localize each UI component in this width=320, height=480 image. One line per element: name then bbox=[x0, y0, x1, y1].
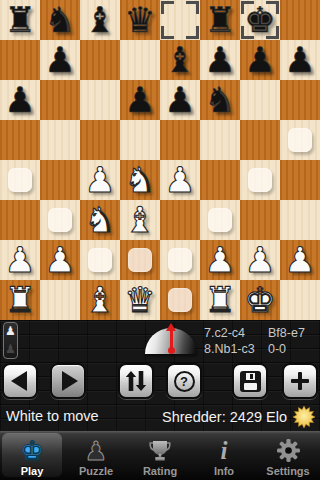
legal-move-marker[interactable] bbox=[248, 168, 272, 192]
square-d3[interactable]: ♝ bbox=[120, 200, 160, 240]
black-knight[interactable]: ♞ bbox=[40, 0, 80, 40]
square-d2[interactable] bbox=[120, 240, 160, 280]
square-b7[interactable]: ♟ bbox=[40, 40, 80, 80]
square-g4[interactable] bbox=[240, 160, 280, 200]
player-side-indicator: ♟ ♟ bbox=[3, 322, 18, 359]
black-bishop[interactable]: ♝ bbox=[80, 0, 120, 40]
move-list: 7.c2-c4Bf8-e7 8.Nb1-c30-0 bbox=[204, 325, 305, 357]
new-game-button[interactable] bbox=[282, 363, 318, 399]
tab-info[interactable]: Info bbox=[192, 431, 256, 480]
white-bishop[interactable]: ♝ bbox=[120, 200, 160, 240]
legal-move-marker[interactable] bbox=[48, 208, 72, 232]
engine-strength: Shredder: 2429 Elo bbox=[162, 402, 316, 431]
control-panel: ♟ ♟ 7.c2-c4Bf8-e7 8.Nb1-c30-0 bbox=[0, 320, 320, 402]
white-rook[interactable]: ♜ bbox=[0, 280, 40, 320]
square-b5[interactable] bbox=[40, 120, 80, 160]
black-rook[interactable]: ♜ bbox=[0, 0, 40, 40]
chess-board[interactable]: ♜♞♝♛♜♚♟♝♟♟♟♟♟♟♞♟♞♟♞♝♟♟♟♟♟♜♝♛♜♚ bbox=[0, 0, 320, 320]
info-icon bbox=[221, 436, 228, 465]
square-f2[interactable]: ♟ bbox=[200, 240, 240, 280]
legal-move-marker[interactable] bbox=[168, 248, 192, 272]
white-pawn[interactable]: ♟ bbox=[40, 240, 80, 280]
square-g8[interactable]: ♚ bbox=[240, 0, 280, 40]
bottom-area: ♟ ♟ 7.c2-c4Bf8-e7 8.Nb1-c30-0 bbox=[0, 320, 320, 480]
back-icon bbox=[11, 371, 27, 391]
tab-label: Rating bbox=[143, 465, 177, 477]
square-d7[interactable] bbox=[120, 40, 160, 80]
black-king[interactable]: ♚ bbox=[240, 0, 280, 40]
square-a5[interactable] bbox=[0, 120, 40, 160]
black-pawn[interactable]: ♟ bbox=[280, 40, 320, 80]
white-pawn[interactable]: ♟ bbox=[160, 160, 200, 200]
legal-move-marker[interactable] bbox=[208, 208, 232, 232]
square-h6[interactable] bbox=[280, 80, 320, 120]
square-a3[interactable] bbox=[0, 200, 40, 240]
black-knight[interactable]: ♞ bbox=[200, 80, 240, 120]
king-icon bbox=[20, 436, 44, 465]
square-e1[interactable] bbox=[160, 280, 200, 320]
tab-bar: Play Puzzle Ra bbox=[0, 431, 320, 480]
square-c1[interactable]: ♝ bbox=[80, 280, 120, 320]
move-white: 8.Nb1-c3 bbox=[204, 341, 268, 357]
trophy-icon bbox=[148, 436, 172, 465]
up-down-arrows-icon bbox=[124, 369, 148, 393]
move-black: 0-0 bbox=[268, 342, 286, 356]
move-row: 8.Nb1-c30-0 bbox=[204, 341, 305, 357]
flip-board-button[interactable] bbox=[118, 363, 154, 399]
square-h5[interactable] bbox=[280, 120, 320, 160]
square-g1[interactable]: ♚ bbox=[240, 280, 280, 320]
square-c6[interactable] bbox=[80, 80, 120, 120]
square-g6[interactable] bbox=[240, 80, 280, 120]
square-g5[interactable] bbox=[240, 120, 280, 160]
black-pawn[interactable]: ♟ bbox=[200, 40, 240, 80]
plus-icon bbox=[289, 370, 311, 392]
square-a8[interactable]: ♜ bbox=[0, 0, 40, 40]
square-c2[interactable] bbox=[80, 240, 120, 280]
question-icon bbox=[174, 371, 195, 392]
square-h3[interactable] bbox=[280, 200, 320, 240]
black-pawn[interactable]: ♟ bbox=[40, 40, 80, 80]
square-e3[interactable] bbox=[160, 200, 200, 240]
white-knight[interactable]: ♞ bbox=[80, 200, 120, 240]
square-h1[interactable] bbox=[280, 280, 320, 320]
move-row: 7.c2-c4Bf8-e7 bbox=[204, 325, 305, 341]
tab-label: Play bbox=[21, 465, 44, 477]
square-a1[interactable]: ♜ bbox=[0, 280, 40, 320]
square-c8[interactable]: ♝ bbox=[80, 0, 120, 40]
square-e8[interactable] bbox=[160, 0, 200, 40]
legal-move-marker[interactable] bbox=[88, 248, 112, 272]
square-c7[interactable] bbox=[80, 40, 120, 80]
black-pawn[interactable]: ♟ bbox=[160, 80, 200, 120]
square-d1[interactable]: ♛ bbox=[120, 280, 160, 320]
square-b6[interactable] bbox=[40, 80, 80, 120]
square-d8[interactable]: ♛ bbox=[120, 0, 160, 40]
square-g3[interactable] bbox=[240, 200, 280, 240]
square-e2[interactable] bbox=[160, 240, 200, 280]
square-d5[interactable] bbox=[120, 120, 160, 160]
save-icon bbox=[240, 371, 261, 392]
white-pawn[interactable]: ♟ bbox=[200, 240, 240, 280]
square-c4[interactable]: ♟ bbox=[80, 160, 120, 200]
tab-label: Puzzle bbox=[79, 465, 113, 477]
white-rook[interactable]: ♜ bbox=[200, 280, 240, 320]
black-pawn-icon: ♟ bbox=[5, 343, 16, 356]
tab-label: Settings bbox=[266, 465, 309, 477]
back-button[interactable] bbox=[2, 363, 38, 399]
square-h8[interactable] bbox=[280, 0, 320, 40]
move-white: 7.c2-c4 bbox=[204, 325, 268, 341]
black-rook[interactable]: ♜ bbox=[200, 0, 240, 40]
square-a7[interactable] bbox=[0, 40, 40, 80]
square-b2[interactable]: ♟ bbox=[40, 240, 80, 280]
square-e7[interactable]: ♝ bbox=[160, 40, 200, 80]
square-b1[interactable] bbox=[40, 280, 80, 320]
legal-move-marker[interactable] bbox=[128, 248, 152, 272]
square-f5[interactable] bbox=[200, 120, 240, 160]
forward-icon bbox=[62, 371, 78, 391]
engine-elo-text: Shredder: 2429 Elo bbox=[162, 409, 287, 425]
black-bishop[interactable]: ♝ bbox=[160, 40, 200, 80]
white-queen[interactable]: ♛ bbox=[120, 280, 160, 320]
square-a4[interactable] bbox=[0, 160, 40, 200]
legal-move-marker[interactable] bbox=[8, 168, 32, 192]
last-move-marker bbox=[160, 0, 200, 40]
hint-button[interactable] bbox=[166, 363, 202, 399]
square-f1[interactable]: ♜ bbox=[200, 280, 240, 320]
square-e4[interactable]: ♟ bbox=[160, 160, 200, 200]
legal-move-marker[interactable] bbox=[168, 288, 192, 312]
white-pawn-icon: ♟ bbox=[5, 325, 16, 338]
square-h2[interactable]: ♟ bbox=[280, 240, 320, 280]
black-pawn[interactable]: ♟ bbox=[0, 80, 40, 120]
square-b8[interactable]: ♞ bbox=[40, 0, 80, 40]
status-bar: White to move Shredder: 2429 Elo bbox=[0, 402, 320, 431]
square-d6[interactable]: ♟ bbox=[120, 80, 160, 120]
square-a2[interactable]: ♟ bbox=[0, 240, 40, 280]
white-pawn[interactable]: ♟ bbox=[80, 160, 120, 200]
tab-play[interactable]: Play bbox=[0, 431, 64, 480]
square-e5[interactable] bbox=[160, 120, 200, 160]
square-c5[interactable] bbox=[80, 120, 120, 160]
evaluation-needle-icon bbox=[170, 331, 173, 351]
forward-button[interactable] bbox=[50, 363, 86, 399]
square-h7[interactable]: ♟ bbox=[280, 40, 320, 80]
square-c3[interactable]: ♞ bbox=[80, 200, 120, 240]
white-pawn[interactable]: ♟ bbox=[0, 240, 40, 280]
pawn-icon bbox=[84, 436, 107, 465]
square-e6[interactable]: ♟ bbox=[160, 80, 200, 120]
legal-move-marker[interactable] bbox=[288, 128, 312, 152]
square-g7[interactable]: ♟ bbox=[240, 40, 280, 80]
shredder-chess-screen: ♜♞♝♛♜♚♟♝♟♟♟♟♟♟♞♟♞♟♞♝♟♟♟♟♟♜♝♛♜♚ ♟ ♟ 7.c2-… bbox=[0, 0, 320, 480]
white-pawn[interactable]: ♟ bbox=[280, 240, 320, 280]
white-king[interactable]: ♚ bbox=[240, 280, 280, 320]
sun-icon bbox=[292, 405, 316, 429]
black-pawn[interactable]: ♟ bbox=[120, 80, 160, 120]
square-f8[interactable]: ♜ bbox=[200, 0, 240, 40]
move-black: Bf8-e7 bbox=[268, 326, 305, 340]
black-pawn[interactable]: ♟ bbox=[240, 40, 280, 80]
tab-rating[interactable]: Rating bbox=[128, 431, 192, 480]
white-pawn[interactable]: ♟ bbox=[240, 240, 280, 280]
gear-icon bbox=[276, 436, 301, 465]
square-f6[interactable]: ♞ bbox=[200, 80, 240, 120]
square-b3[interactable] bbox=[40, 200, 80, 240]
square-a6[interactable]: ♟ bbox=[0, 80, 40, 120]
square-h4[interactable] bbox=[280, 160, 320, 200]
black-queen[interactable]: ♛ bbox=[120, 0, 160, 40]
square-f7[interactable]: ♟ bbox=[200, 40, 240, 80]
turn-status-text: White to move bbox=[6, 402, 99, 431]
square-g2[interactable]: ♟ bbox=[240, 240, 280, 280]
save-button[interactable] bbox=[232, 363, 268, 399]
white-knight[interactable]: ♞ bbox=[120, 160, 160, 200]
tab-label: Info bbox=[214, 465, 234, 477]
square-f3[interactable] bbox=[200, 200, 240, 240]
square-b4[interactable] bbox=[40, 160, 80, 200]
square-f4[interactable] bbox=[200, 160, 240, 200]
tab-puzzle[interactable]: Puzzle bbox=[64, 431, 128, 480]
white-bishop[interactable]: ♝ bbox=[80, 280, 120, 320]
square-d4[interactable]: ♞ bbox=[120, 160, 160, 200]
tab-settings[interactable]: Settings bbox=[256, 431, 320, 480]
